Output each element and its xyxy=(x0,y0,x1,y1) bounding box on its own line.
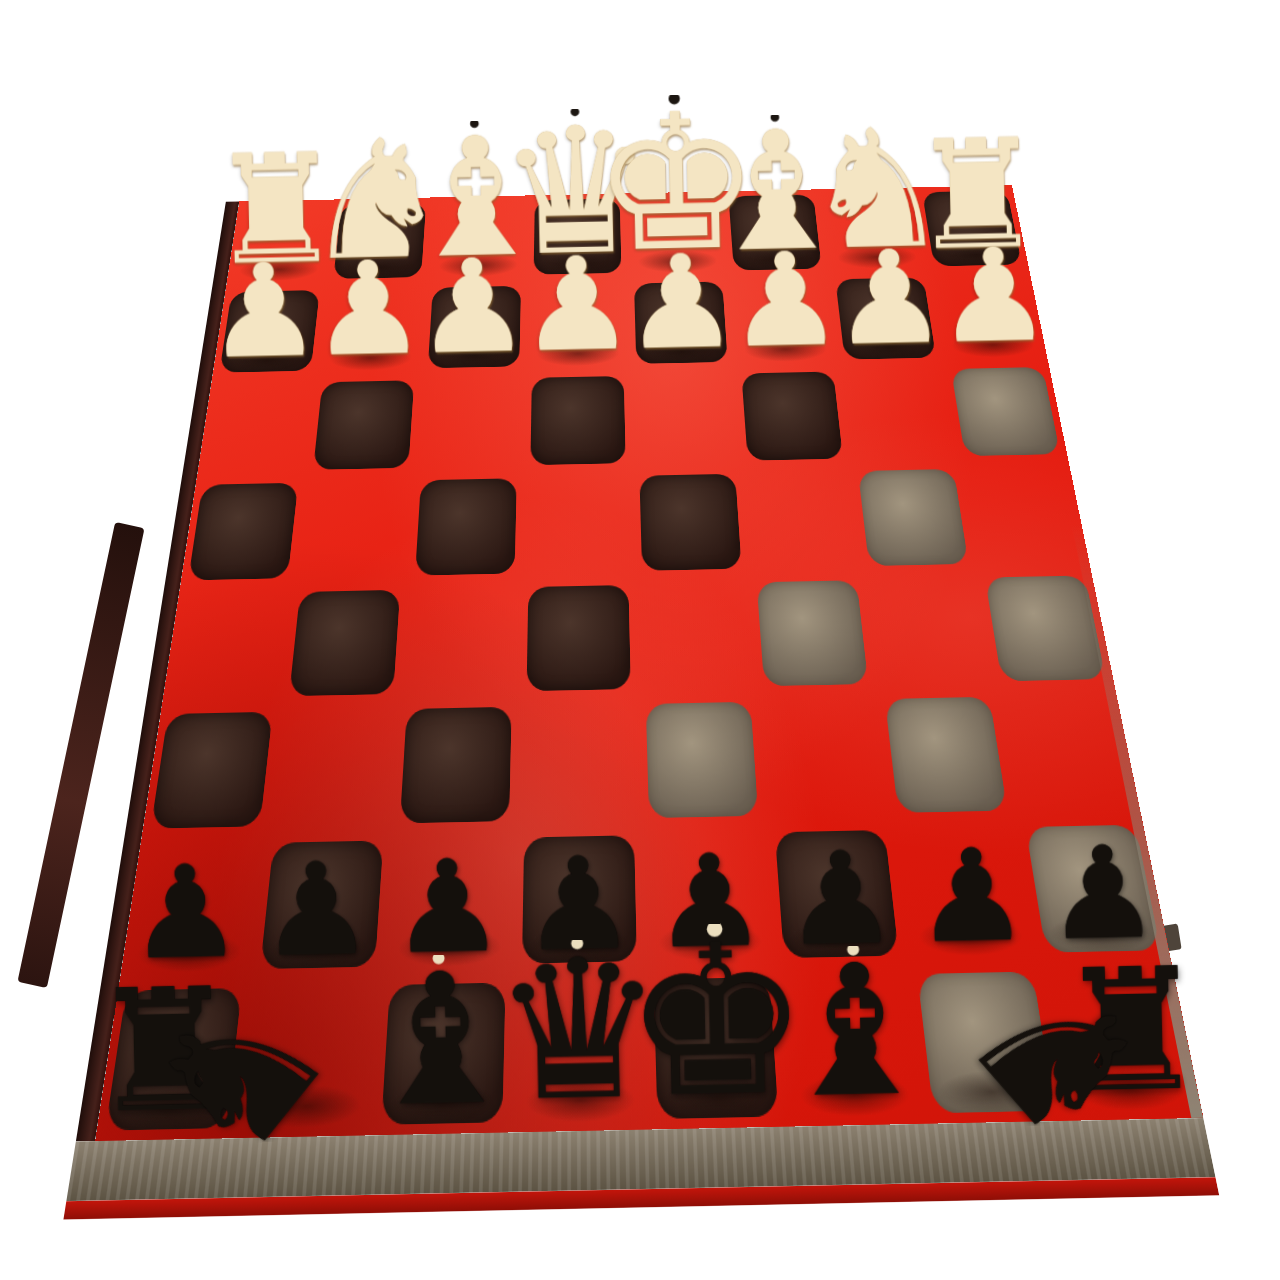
square-b2[interactable]: ♟ xyxy=(829,272,944,366)
piece-white-pawn[interactable]: ♟ xyxy=(935,234,1053,359)
dark-square-paint xyxy=(415,478,517,575)
square-d6[interactable] xyxy=(638,694,766,827)
dark-square-paint xyxy=(757,580,869,686)
square-g2[interactable]: ♟ xyxy=(317,282,427,376)
square-e6[interactable] xyxy=(517,697,642,830)
dark-square-paint xyxy=(741,372,843,461)
dark-square-paint xyxy=(646,702,759,819)
dark-square-paint xyxy=(951,367,1061,456)
square-c4[interactable] xyxy=(742,465,863,576)
square-e3[interactable] xyxy=(524,370,633,472)
piece-finial xyxy=(570,937,582,949)
photo-stage: ♜♞♝♛♚♝♞♜♟♟♟♟♟♟♟♟♟♟♟♟♟♟♟♟♜♞♝♛♚♝♞♜ xyxy=(0,0,1280,1280)
square-d8[interactable]: ♚ xyxy=(645,968,788,1130)
square-h5[interactable] xyxy=(162,585,294,706)
square-h3[interactable] xyxy=(197,376,317,478)
piece-black-bishop[interactable]: ♝ xyxy=(357,952,522,1127)
dark-square-paint xyxy=(527,585,631,691)
square-h6[interactable] xyxy=(142,704,281,837)
dark-square-paint xyxy=(858,469,969,566)
square-b5[interactable] xyxy=(863,571,996,692)
square-b4[interactable] xyxy=(851,463,977,574)
square-c2[interactable]: ♟ xyxy=(728,274,839,368)
piece-white-pawn[interactable]: ♟ xyxy=(205,249,323,374)
square-c3[interactable] xyxy=(735,366,851,468)
square-g5[interactable] xyxy=(281,583,408,704)
piece-white-pawn[interactable]: ♟ xyxy=(413,245,531,370)
dark-square-paint xyxy=(188,483,298,581)
square-b3[interactable] xyxy=(839,363,959,465)
square-f5[interactable] xyxy=(400,580,521,701)
piece-black-bishop[interactable]: ♝ xyxy=(772,944,937,1119)
dark-square-paint xyxy=(530,376,625,465)
dark-square-paint xyxy=(639,474,741,571)
square-g6[interactable] xyxy=(267,702,400,835)
piece-finial xyxy=(668,93,680,105)
board-grid: ♜♞♝♛♚♝♞♜♟♟♟♟♟♟♟♟♟♟♟♟♟♟♟♟♜♞♝♛♚♝♞♜ xyxy=(95,185,1203,1141)
square-e4[interactable] xyxy=(522,470,636,581)
square-h2[interactable]: ♟ xyxy=(212,285,327,379)
dark-square-paint xyxy=(151,712,273,829)
square-c6[interactable] xyxy=(757,692,891,825)
square-f4[interactable] xyxy=(408,472,524,583)
square-d5[interactable] xyxy=(635,576,757,697)
square-b6[interactable] xyxy=(877,689,1017,821)
square-g3[interactable] xyxy=(306,374,421,476)
square-g4[interactable] xyxy=(294,474,415,585)
square-f8[interactable]: ♝ xyxy=(372,973,514,1135)
square-d2[interactable]: ♟ xyxy=(628,276,735,370)
square-a2[interactable]: ♟ xyxy=(929,270,1048,364)
dark-square-paint xyxy=(885,697,1008,813)
square-f2[interactable]: ♟ xyxy=(421,280,527,374)
square-c5[interactable] xyxy=(749,573,876,694)
piece-finial xyxy=(770,113,779,122)
piece-finial xyxy=(706,921,722,937)
board-scene: ♜♞♝♛♚♝♞♜♟♟♟♟♟♟♟♟♟♟♟♟♟♟♟♟♜♞♝♛♚♝♞♜ xyxy=(0,0,1280,1280)
square-c8[interactable]: ♝ xyxy=(777,965,927,1127)
square-e5[interactable] xyxy=(519,578,638,699)
square-d4[interactable] xyxy=(633,467,750,578)
square-f3[interactable] xyxy=(415,372,526,474)
chess-board: ♜♞♝♛♚♝♞♜♟♟♟♟♟♟♟♟♟♟♟♟♟♟♟♟♜♞♝♛♚♝♞♜ xyxy=(63,185,1219,1219)
dark-square-paint xyxy=(400,707,512,824)
square-h4[interactable] xyxy=(180,476,306,587)
piece-finial xyxy=(432,951,444,963)
piece-white-pawn[interactable]: ♟ xyxy=(830,236,948,361)
piece-white-pawn[interactable]: ♟ xyxy=(726,238,844,363)
square-f6[interactable] xyxy=(392,699,520,832)
piece-finial xyxy=(470,119,479,128)
dark-square-paint xyxy=(289,590,400,697)
piece-white-pawn[interactable]: ♟ xyxy=(622,240,740,365)
piece-finial xyxy=(570,107,579,116)
piece-white-pawn[interactable]: ♟ xyxy=(518,243,636,368)
dark-square-paint xyxy=(313,380,414,470)
square-d3[interactable] xyxy=(630,368,741,470)
piece-finial xyxy=(847,943,859,955)
square-e2[interactable]: ♟ xyxy=(526,278,630,372)
piece-white-pawn[interactable]: ♟ xyxy=(309,247,427,372)
